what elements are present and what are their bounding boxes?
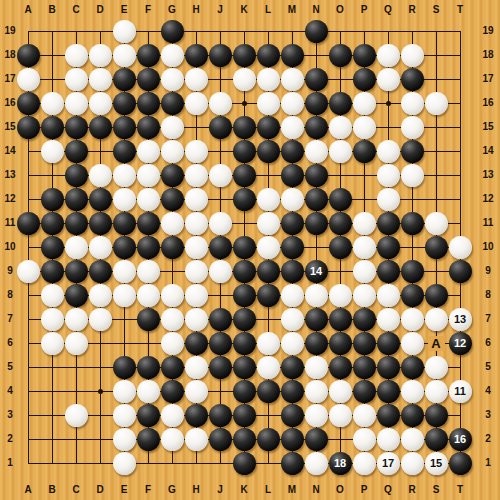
stone-M4[interactable]: [281, 380, 304, 403]
stone-Q12[interactable]: [377, 188, 400, 211]
stone-L14[interactable]: [257, 140, 280, 163]
stone-M11[interactable]: [281, 212, 304, 235]
stone-F9[interactable]: [137, 260, 160, 283]
stone-E12[interactable]: [113, 188, 136, 211]
stone-N19[interactable]: [305, 20, 328, 43]
stone-M13[interactable]: [281, 164, 304, 187]
stone-F7[interactable]: [137, 308, 160, 331]
stone-P18[interactable]: [353, 44, 376, 67]
stone-N3[interactable]: [305, 404, 328, 427]
stone-Q6[interactable]: [377, 332, 400, 355]
column-label-bottom: B: [42, 484, 62, 496]
stone-R1[interactable]: [401, 452, 424, 475]
stone-K3[interactable]: [233, 404, 256, 427]
row-label-right: 16: [478, 97, 498, 109]
stone-G4[interactable]: [161, 380, 184, 403]
stone-R8[interactable]: [401, 284, 424, 307]
stone-N5[interactable]: [305, 356, 328, 379]
stone-P5[interactable]: [353, 356, 376, 379]
stone-R2[interactable]: [401, 428, 424, 451]
stone-T4[interactable]: 11: [449, 380, 472, 403]
stone-D17[interactable]: [89, 68, 112, 91]
stone-E1[interactable]: [113, 452, 136, 475]
stone-O1[interactable]: 18: [329, 452, 352, 475]
stone-G15[interactable]: [161, 116, 184, 139]
stone-P1[interactable]: [353, 452, 376, 475]
row-label-left: 13: [0, 169, 20, 181]
stone-K10[interactable]: [233, 236, 256, 259]
stone-J11[interactable]: [209, 212, 232, 235]
column-label-top: Q: [378, 4, 398, 16]
stone-R9[interactable]: [401, 260, 424, 283]
stone-A17[interactable]: [17, 68, 40, 91]
stone-M9[interactable]: [281, 260, 304, 283]
stone-J2[interactable]: [209, 428, 232, 451]
stone-O7[interactable]: [329, 308, 352, 331]
stone-H11[interactable]: [185, 212, 208, 235]
row-label-right: 17: [478, 73, 498, 85]
stone-M15[interactable]: [281, 116, 304, 139]
stone-S7[interactable]: [425, 308, 448, 331]
stone-T7[interactable]: 13: [449, 308, 472, 331]
stone-E4[interactable]: [113, 380, 136, 403]
stone-M17[interactable]: [281, 68, 304, 91]
stone-P6[interactable]: [353, 332, 376, 355]
stone-H4[interactable]: [185, 380, 208, 403]
stone-Q7[interactable]: [377, 308, 400, 331]
stone-R4[interactable]: [401, 380, 424, 403]
stone-B9[interactable]: [41, 260, 64, 283]
stone-J7[interactable]: [209, 308, 232, 331]
stone-F8[interactable]: [137, 284, 160, 307]
stone-E8[interactable]: [113, 284, 136, 307]
stone-S16[interactable]: [425, 92, 448, 115]
stone-F17[interactable]: [137, 68, 160, 91]
stone-L11[interactable]: [257, 212, 280, 235]
stone-L12[interactable]: [257, 188, 280, 211]
stone-H5[interactable]: [185, 356, 208, 379]
stone-G18[interactable]: [161, 44, 184, 67]
stone-M6[interactable]: [281, 332, 304, 355]
stone-J13[interactable]: [209, 164, 232, 187]
stone-L4[interactable]: [257, 380, 280, 403]
stone-F5[interactable]: [137, 356, 160, 379]
stone-H14[interactable]: [185, 140, 208, 163]
stone-M10[interactable]: [281, 236, 304, 259]
stone-J3[interactable]: [209, 404, 232, 427]
stone-E15[interactable]: [113, 116, 136, 139]
stone-H7[interactable]: [185, 308, 208, 331]
stone-M7[interactable]: [281, 308, 304, 331]
stone-O11[interactable]: [329, 212, 352, 235]
stone-M16[interactable]: [281, 92, 304, 115]
stone-M1[interactable]: [281, 452, 304, 475]
row-label-right: 13: [478, 169, 498, 181]
stone-G12[interactable]: [161, 188, 184, 211]
stone-T10[interactable]: [449, 236, 472, 259]
stone-G8[interactable]: [161, 284, 184, 307]
column-label-top: J: [210, 4, 230, 16]
stone-P10[interactable]: [353, 236, 376, 259]
stone-Q9[interactable]: [377, 260, 400, 283]
column-label-bottom: N: [306, 484, 326, 496]
stone-H6[interactable]: [185, 332, 208, 355]
stone-R11[interactable]: [401, 212, 424, 235]
stone-L2[interactable]: [257, 428, 280, 451]
star-point: [242, 101, 247, 106]
stone-P14[interactable]: [353, 140, 376, 163]
stone-K18[interactable]: [233, 44, 256, 67]
stone-C18[interactable]: [65, 44, 88, 67]
stone-F12[interactable]: [137, 188, 160, 211]
stone-H18[interactable]: [185, 44, 208, 67]
stone-N15[interactable]: [305, 116, 328, 139]
row-label-right: 12: [478, 193, 498, 205]
stone-H8[interactable]: [185, 284, 208, 307]
stone-N1[interactable]: [305, 452, 328, 475]
stone-B10[interactable]: [41, 236, 64, 259]
stone-K4[interactable]: [233, 380, 256, 403]
stone-K7[interactable]: [233, 308, 256, 331]
row-label-right: 11: [478, 217, 498, 229]
stone-T9[interactable]: [449, 260, 472, 283]
stone-M5[interactable]: [281, 356, 304, 379]
stone-H16[interactable]: [185, 92, 208, 115]
row-label-right: 4: [478, 385, 498, 397]
stone-J18[interactable]: [209, 44, 232, 67]
stone-S1[interactable]: 15: [425, 452, 448, 475]
stone-J10[interactable]: [209, 236, 232, 259]
stone-C8[interactable]: [65, 284, 88, 307]
stone-E13[interactable]: [113, 164, 136, 187]
stone-O5[interactable]: [329, 356, 352, 379]
stone-F2[interactable]: [137, 428, 160, 451]
stone-Q18[interactable]: [377, 44, 400, 67]
column-label-top: F: [138, 4, 158, 16]
column-label-bottom: J: [210, 484, 230, 496]
star-point: [98, 389, 103, 394]
column-label-bottom: P: [354, 484, 374, 496]
stone-K15[interactable]: [233, 116, 256, 139]
stone-B14[interactable]: [41, 140, 64, 163]
stone-C14[interactable]: [65, 140, 88, 163]
stone-G14[interactable]: [161, 140, 184, 163]
stone-H2[interactable]: [185, 428, 208, 451]
stone-R13[interactable]: [401, 164, 424, 187]
stone-R16[interactable]: [401, 92, 424, 115]
stone-C17[interactable]: [65, 68, 88, 91]
stone-F4[interactable]: [137, 380, 160, 403]
stone-Q14[interactable]: [377, 140, 400, 163]
stone-G13[interactable]: [161, 164, 184, 187]
stone-L8[interactable]: [257, 284, 280, 307]
column-label-bottom: Q: [378, 484, 398, 496]
stone-C6[interactable]: [65, 332, 88, 355]
stone-F3[interactable]: [137, 404, 160, 427]
stone-K2[interactable]: [233, 428, 256, 451]
stone-O4[interactable]: [329, 380, 352, 403]
stone-O12[interactable]: [329, 188, 352, 211]
stone-G3[interactable]: [161, 404, 184, 427]
column-label-bottom: D: [90, 484, 110, 496]
stone-D10[interactable]: [89, 236, 112, 259]
stone-N14[interactable]: [305, 140, 328, 163]
stone-Q13[interactable]: [377, 164, 400, 187]
stone-N17[interactable]: [305, 68, 328, 91]
stone-K12[interactable]: [233, 188, 256, 211]
move-number-label: 14: [310, 266, 322, 277]
row-label-right: 3: [478, 409, 498, 421]
stone-C7[interactable]: [65, 308, 88, 331]
stone-Q8[interactable]: [377, 284, 400, 307]
stone-P17[interactable]: [353, 68, 376, 91]
stone-M3[interactable]: [281, 404, 304, 427]
stone-M18[interactable]: [281, 44, 304, 67]
stone-H13[interactable]: [185, 164, 208, 187]
stone-E9[interactable]: [113, 260, 136, 283]
stone-M8[interactable]: [281, 284, 304, 307]
row-label-right: 15: [478, 121, 498, 133]
stone-S4[interactable]: [425, 380, 448, 403]
stone-F16[interactable]: [137, 92, 160, 115]
stone-G17[interactable]: [161, 68, 184, 91]
column-label-bottom: F: [138, 484, 158, 496]
stone-B15[interactable]: [41, 116, 64, 139]
stone-R17[interactable]: [401, 68, 424, 91]
stone-T6[interactable]: 12: [449, 332, 472, 355]
stone-P15[interactable]: [353, 116, 376, 139]
stone-H3[interactable]: [185, 404, 208, 427]
stone-O8[interactable]: [329, 284, 352, 307]
stone-G5[interactable]: [161, 356, 184, 379]
stone-F14[interactable]: [137, 140, 160, 163]
stone-N13[interactable]: [305, 164, 328, 187]
row-label-right: 6: [478, 337, 498, 349]
stone-E2[interactable]: [113, 428, 136, 451]
stone-O18[interactable]: [329, 44, 352, 67]
stone-F13[interactable]: [137, 164, 160, 187]
stone-C15[interactable]: [65, 116, 88, 139]
stone-L5[interactable]: [257, 356, 280, 379]
column-label-bottom: M: [282, 484, 302, 496]
stone-F10[interactable]: [137, 236, 160, 259]
stone-P7[interactable]: [353, 308, 376, 331]
stone-R18[interactable]: [401, 44, 424, 67]
stone-P2[interactable]: [353, 428, 376, 451]
stone-A16[interactable]: [17, 92, 40, 115]
stone-J6[interactable]: [209, 332, 232, 355]
stone-H9[interactable]: [185, 260, 208, 283]
stone-D7[interactable]: [89, 308, 112, 331]
stone-E17[interactable]: [113, 68, 136, 91]
stone-N4[interactable]: [305, 380, 328, 403]
stone-L6[interactable]: [257, 332, 280, 355]
stone-S2[interactable]: [425, 428, 448, 451]
stone-C9[interactable]: [65, 260, 88, 283]
stone-K1[interactable]: [233, 452, 256, 475]
stone-A15[interactable]: [17, 116, 40, 139]
stone-G11[interactable]: [161, 212, 184, 235]
stone-L16[interactable]: [257, 92, 280, 115]
row-label-right: 18: [478, 49, 498, 61]
stone-R5[interactable]: [401, 356, 424, 379]
stone-P9[interactable]: [353, 260, 376, 283]
stone-B8[interactable]: [41, 284, 64, 307]
stone-P3[interactable]: [353, 404, 376, 427]
stone-R14[interactable]: [401, 140, 424, 163]
stone-M2[interactable]: [281, 428, 304, 451]
stone-S5[interactable]: [425, 356, 448, 379]
stone-G6[interactable]: [161, 332, 184, 355]
stone-P8[interactable]: [353, 284, 376, 307]
row-label-right: 5: [478, 361, 498, 373]
stone-E18[interactable]: [113, 44, 136, 67]
stone-N8[interactable]: [305, 284, 328, 307]
stone-K8[interactable]: [233, 284, 256, 307]
column-label-bottom: G: [162, 484, 182, 496]
stone-O15[interactable]: [329, 116, 352, 139]
stone-L18[interactable]: [257, 44, 280, 67]
column-label-top: K: [234, 4, 254, 16]
stone-S10[interactable]: [425, 236, 448, 259]
stone-Q3[interactable]: [377, 404, 400, 427]
stone-L9[interactable]: [257, 260, 280, 283]
stone-Q4[interactable]: [377, 380, 400, 403]
stone-D15[interactable]: [89, 116, 112, 139]
stone-N7[interactable]: [305, 308, 328, 331]
stone-M14[interactable]: [281, 140, 304, 163]
stone-J15[interactable]: [209, 116, 232, 139]
stone-Q5[interactable]: [377, 356, 400, 379]
stone-A9[interactable]: [17, 260, 40, 283]
stone-B7[interactable]: [41, 308, 64, 331]
stone-G7[interactable]: [161, 308, 184, 331]
stone-S8[interactable]: [425, 284, 448, 307]
stone-D18[interactable]: [89, 44, 112, 67]
stone-F11[interactable]: [137, 212, 160, 235]
stone-E11[interactable]: [113, 212, 136, 235]
stone-S11[interactable]: [425, 212, 448, 235]
stone-D12[interactable]: [89, 188, 112, 211]
stone-G2[interactable]: [161, 428, 184, 451]
column-label-top: C: [66, 4, 86, 16]
stone-A18[interactable]: [17, 44, 40, 67]
stone-N2[interactable]: [305, 428, 328, 451]
stone-D13[interactable]: [89, 164, 112, 187]
stone-K14[interactable]: [233, 140, 256, 163]
stone-O10[interactable]: [329, 236, 352, 259]
column-label-bottom: H: [186, 484, 206, 496]
stone-C10[interactable]: [65, 236, 88, 259]
column-label-bottom: E: [114, 484, 134, 496]
stone-B6[interactable]: [41, 332, 64, 355]
stone-J9[interactable]: [209, 260, 232, 283]
row-label-right: 2: [478, 433, 498, 445]
stone-O16[interactable]: [329, 92, 352, 115]
stone-B11[interactable]: [41, 212, 64, 235]
stone-R15[interactable]: [401, 116, 424, 139]
stone-J16[interactable]: [209, 92, 232, 115]
stone-S3[interactable]: [425, 404, 448, 427]
stone-Q2[interactable]: [377, 428, 400, 451]
column-label-bottom: S: [426, 484, 446, 496]
stone-K17[interactable]: [233, 68, 256, 91]
stone-C11[interactable]: [65, 212, 88, 235]
stone-L15[interactable]: [257, 116, 280, 139]
column-label-top: O: [330, 4, 350, 16]
stone-G16[interactable]: [161, 92, 184, 115]
stone-K6[interactable]: [233, 332, 256, 355]
stone-B16[interactable]: [41, 92, 64, 115]
stone-C16[interactable]: [65, 92, 88, 115]
stone-N16[interactable]: [305, 92, 328, 115]
stone-T2[interactable]: 16: [449, 428, 472, 451]
stone-P4[interactable]: [353, 380, 376, 403]
stone-H10[interactable]: [185, 236, 208, 259]
stone-R3[interactable]: [401, 404, 424, 427]
stone-M12[interactable]: [281, 188, 304, 211]
stone-R6[interactable]: [401, 332, 424, 355]
stone-D16[interactable]: [89, 92, 112, 115]
stone-E16[interactable]: [113, 92, 136, 115]
stone-Q10[interactable]: [377, 236, 400, 259]
stone-B12[interactable]: [41, 188, 64, 211]
stone-E14[interactable]: [113, 140, 136, 163]
stone-J5[interactable]: [209, 356, 232, 379]
stone-E10[interactable]: [113, 236, 136, 259]
stone-L17[interactable]: [257, 68, 280, 91]
stone-E5[interactable]: [113, 356, 136, 379]
stone-A11[interactable]: [17, 212, 40, 235]
stone-C13[interactable]: [65, 164, 88, 187]
stone-O3[interactable]: [329, 404, 352, 427]
stone-N12[interactable]: [305, 188, 328, 211]
stone-K9[interactable]: [233, 260, 256, 283]
stone-E3[interactable]: [113, 404, 136, 427]
stone-D8[interactable]: [89, 284, 112, 307]
stone-N11[interactable]: [305, 212, 328, 235]
stone-G19[interactable]: [161, 20, 184, 43]
move-number-label: 15: [430, 458, 442, 469]
stone-R7[interactable]: [401, 308, 424, 331]
row-label-right: 9: [478, 265, 498, 277]
stone-N9[interactable]: 14: [305, 260, 328, 283]
stone-O6[interactable]: [329, 332, 352, 355]
stone-C3[interactable]: [65, 404, 88, 427]
stone-E19[interactable]: [113, 20, 136, 43]
stone-D9[interactable]: [89, 260, 112, 283]
stone-D11[interactable]: [89, 212, 112, 235]
stone-F18[interactable]: [137, 44, 160, 67]
stone-L10[interactable]: [257, 236, 280, 259]
stone-G10[interactable]: [161, 236, 184, 259]
stone-K5[interactable]: [233, 356, 256, 379]
stone-P16[interactable]: [353, 92, 376, 115]
stone-K13[interactable]: [233, 164, 256, 187]
stone-Q11[interactable]: [377, 212, 400, 235]
stone-P11[interactable]: [353, 212, 376, 235]
stone-O14[interactable]: [329, 140, 352, 163]
stone-F15[interactable]: [137, 116, 160, 139]
column-label-top: H: [186, 4, 206, 16]
stone-Q1[interactable]: 17: [377, 452, 400, 475]
stone-N6[interactable]: [305, 332, 328, 355]
stone-Q17[interactable]: [377, 68, 400, 91]
stone-T1[interactable]: [449, 452, 472, 475]
stone-C12[interactable]: [65, 188, 88, 211]
stone-H12[interactable]: [185, 188, 208, 211]
stone-H17[interactable]: [185, 68, 208, 91]
